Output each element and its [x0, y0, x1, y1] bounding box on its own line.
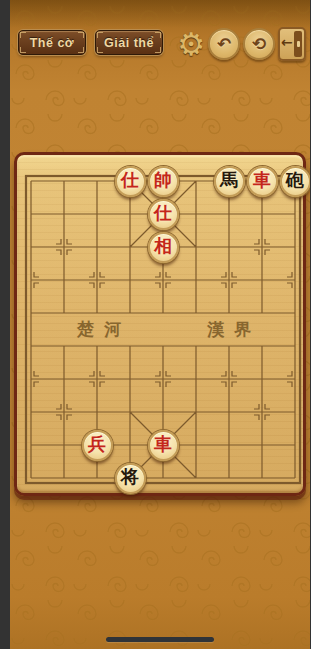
- red-general[interactable]: 帥: [148, 166, 179, 197]
- exit-button[interactable]: ←: [278, 27, 306, 61]
- settings-gear-icon: ⚙: [177, 26, 205, 62]
- piece-glyph: 車: [253, 171, 271, 189]
- button-corner-ornament: [97, 32, 103, 38]
- restart-button[interactable]: ⟲: [243, 28, 275, 60]
- river-label-left: 楚河: [51, 318, 147, 341]
- button-corner-ornament: [20, 32, 26, 38]
- home-indicator[interactable]: [106, 637, 214, 642]
- red-chariot[interactable]: 車: [247, 166, 278, 197]
- piece-glyph: 仕: [154, 204, 172, 222]
- river-label-right: 漢界: [181, 318, 277, 341]
- black-general[interactable]: 将: [115, 463, 146, 494]
- button-corner-ornament: [155, 47, 161, 53]
- toolbar: Thế cờ Giải thể ⚙ ↶ ⟲ ←: [10, 28, 310, 60]
- puzzle-mode-label: Thế cờ: [30, 36, 75, 50]
- piece-glyph: 将: [121, 468, 139, 486]
- piece-glyph: 砲: [286, 171, 304, 189]
- door-knob: [297, 41, 300, 47]
- piece-glyph: 車: [154, 435, 172, 453]
- toolbar-icons: ⚙ ↶ ⟲ ←: [177, 28, 306, 60]
- red-chariot[interactable]: 車: [148, 430, 179, 461]
- solve-label: Giải thể: [104, 36, 154, 50]
- undo-icon: ↶: [217, 36, 231, 53]
- button-corner-ornament: [97, 47, 103, 53]
- black-cannon[interactable]: 砲: [280, 166, 311, 197]
- piece-glyph: 兵: [88, 435, 106, 453]
- undo-button[interactable]: ↶: [208, 28, 240, 60]
- xiangqi-board[interactable]: 楚河 漢界 仕帥馬車砲仕相兵車将: [14, 152, 306, 496]
- black-horse[interactable]: 馬: [214, 166, 245, 197]
- piece-glyph: 相: [154, 237, 172, 255]
- red-soldier[interactable]: 兵: [82, 430, 113, 461]
- button-corner-ornament: [20, 47, 26, 53]
- red-advisor[interactable]: 仕: [115, 166, 146, 197]
- puzzle-mode-button[interactable]: Thế cờ: [18, 30, 86, 55]
- button-corner-ornament: [78, 47, 84, 53]
- restart-icon: ⟲: [252, 36, 266, 53]
- piece-glyph: 仕: [121, 171, 139, 189]
- red-advisor[interactable]: 仕: [148, 199, 179, 230]
- app-screen: Thế cờ Giải thể ⚙ ↶ ⟲ ←: [10, 0, 310, 649]
- piece-glyph: 馬: [220, 171, 238, 189]
- red-elephant[interactable]: 相: [148, 232, 179, 263]
- button-corner-ornament: [78, 32, 84, 38]
- piece-glyph: 帥: [154, 171, 172, 189]
- solve-button[interactable]: Giải thể: [95, 30, 163, 55]
- exit-door-icon: ←: [281, 35, 293, 49]
- button-corner-ornament: [155, 32, 161, 38]
- settings-button[interactable]: ⚙: [177, 29, 205, 60]
